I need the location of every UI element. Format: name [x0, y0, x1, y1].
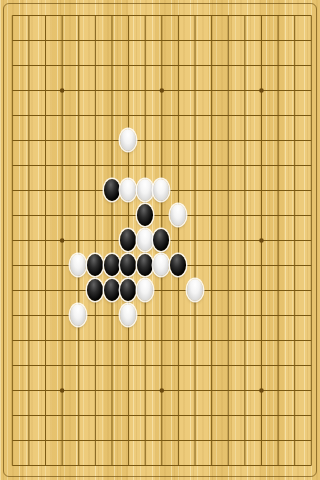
white-stone	[137, 229, 153, 251]
black-stone	[87, 254, 103, 276]
black-stone	[87, 279, 103, 301]
black-stone	[104, 179, 120, 201]
star-point	[259, 238, 264, 243]
star-point	[60, 88, 65, 93]
goban-grid[interactable]	[4, 3, 320, 478]
white-stone	[137, 279, 153, 301]
black-stone	[137, 204, 153, 226]
black-stone	[104, 279, 120, 301]
star-point	[60, 238, 65, 243]
white-stone	[137, 179, 153, 201]
star-point	[159, 388, 164, 393]
star-point	[259, 388, 264, 393]
black-stone	[104, 254, 120, 276]
white-stone	[170, 204, 186, 226]
star-point	[159, 88, 164, 93]
go-board-app	[0, 0, 320, 480]
star-point	[60, 388, 65, 393]
black-stone	[170, 254, 186, 276]
star-point	[259, 88, 264, 93]
white-stone	[187, 279, 203, 301]
black-stone	[137, 254, 153, 276]
